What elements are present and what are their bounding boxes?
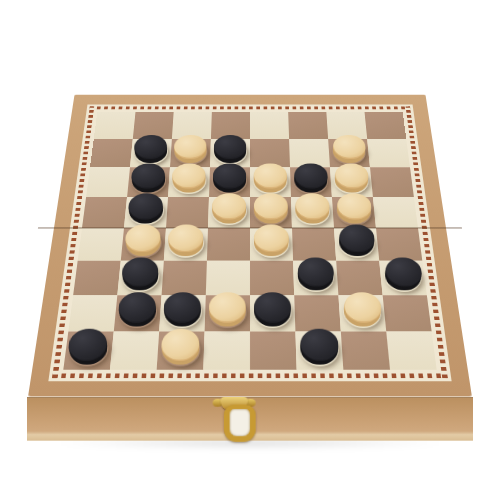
square-r7c5[interactable] [250,295,295,331]
square-r4c3[interactable] [166,197,209,228]
square-r7c4[interactable] [205,295,250,331]
square-r7c2[interactable] [114,295,162,331]
square-r6c5[interactable] [250,261,294,295]
square-r5c1[interactable] [78,228,124,261]
square-r1c6[interactable] [288,112,328,139]
checker-top-face [209,292,246,321]
checker-black[interactable] [297,264,334,292]
checker-top-face [333,135,367,158]
checker-wood[interactable] [336,200,372,225]
checker-black[interactable] [300,335,339,366]
square-r6c4[interactable] [206,261,250,295]
square-r8c7[interactable] [341,331,390,369]
product-photo-stage [0,0,500,500]
checker-wood[interactable] [212,200,246,225]
checker-top-face [214,135,247,158]
square-r6c6[interactable] [293,261,338,295]
checker-top-face [212,193,246,218]
square-r4c4[interactable] [208,197,250,228]
square-r7c6[interactable] [294,295,341,331]
checker-wood[interactable] [161,335,200,366]
checker-wood[interactable] [209,299,246,328]
checker-black[interactable] [68,335,109,366]
checker-top-face [294,163,328,187]
square-r1c5[interactable] [250,112,289,139]
square-r8c3[interactable] [157,331,205,369]
square-r8c6[interactable] [295,331,343,369]
checker-top-face [254,163,287,187]
square-r4c6[interactable] [291,197,334,228]
square-r2c8[interactable] [367,139,410,167]
square-r5c3[interactable] [164,228,208,261]
square-r6c2[interactable] [117,261,163,295]
square-r1c1[interactable] [94,112,136,139]
latch-hasp-ring [224,404,256,441]
square-r7c1[interactable] [68,295,117,331]
checker-black[interactable] [338,231,375,257]
checker-black[interactable] [213,170,246,194]
checker-black[interactable] [254,299,291,328]
square-r5c8[interactable] [376,228,422,261]
square-r5c2[interactable] [121,228,166,261]
square-r3c1[interactable] [86,167,130,197]
board-inlay-margin [48,105,451,382]
checker-black[interactable] [118,299,157,328]
square-r4c2[interactable] [124,197,168,228]
checker-black[interactable] [384,264,423,292]
square-r4c7[interactable] [332,197,376,228]
square-r7c8[interactable] [383,295,432,331]
checker-black[interactable] [122,264,160,292]
square-r5c6[interactable] [292,228,336,261]
checker-top-face [254,193,288,218]
square-r5c4[interactable] [207,228,250,261]
checker-wood[interactable] [254,170,287,194]
checker-wood[interactable] [343,299,382,328]
checker-top-face [254,224,289,251]
checker-wood[interactable] [174,142,207,165]
square-r3c3[interactable] [168,167,210,197]
checker-top-face [295,193,330,218]
checker-wood[interactable] [254,200,288,225]
checker-wood[interactable] [172,170,206,194]
checker-black[interactable] [164,299,202,328]
checker-black[interactable] [134,142,168,165]
checker-top-face [298,257,335,285]
square-r6c3[interactable] [162,261,207,295]
checker-wood[interactable] [168,231,204,257]
square-r8c1[interactable] [63,331,113,369]
checker-wood[interactable] [295,200,330,225]
square-r4c1[interactable] [82,197,127,228]
square-r8c4[interactable] [203,331,250,369]
checker-black[interactable] [294,170,328,194]
checker-wood[interactable] [332,142,366,165]
square-r4c5[interactable] [250,197,292,228]
checker-top-face [213,163,246,187]
scene [0,0,500,500]
square-r4c8[interactable] [373,197,418,228]
checker-black[interactable] [131,170,166,194]
square-r1c8[interactable] [365,112,407,139]
brass-latch[interactable] [209,394,259,444]
checker-black[interactable] [128,200,164,225]
square-r5c5[interactable] [250,228,293,261]
checkers-board [28,95,472,397]
square-r6c1[interactable] [73,261,121,295]
square-r3c8[interactable] [370,167,414,197]
square-r7c3[interactable] [159,295,206,331]
checker-top-face [254,292,291,321]
square-r6c8[interactable] [379,261,427,295]
checker-wood[interactable] [125,231,162,257]
square-r5c7[interactable] [334,228,379,261]
inlay-dot-border-top [89,106,410,109]
square-r8c8[interactable] [386,331,436,369]
square-r8c5[interactable] [250,331,297,369]
square-r7c7[interactable] [338,295,386,331]
box-front-edge [27,397,473,441]
square-r8c2[interactable] [110,331,159,369]
checker-black[interactable] [214,142,246,165]
checker-wood[interactable] [334,170,369,194]
square-r6c7[interactable] [336,261,382,295]
checker-wood[interactable] [254,231,289,257]
inlay-dot-border-bottom [52,374,448,379]
square-r2c1[interactable] [90,139,133,167]
board-grid [63,112,436,370]
checker-top-face [300,329,339,360]
